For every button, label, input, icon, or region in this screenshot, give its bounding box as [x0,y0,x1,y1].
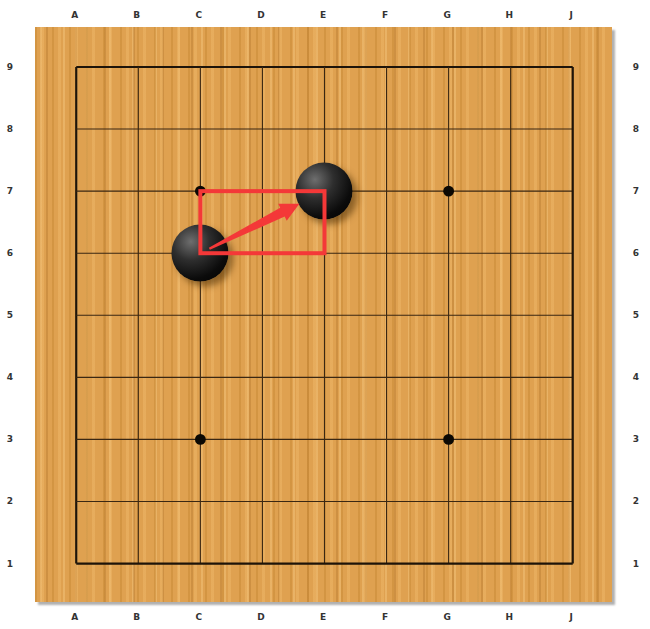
column-label-top-C: C [196,11,203,20]
column-label-top-A: A [71,11,78,20]
column-label-bottom-A: A [71,613,78,622]
row-label-left-5: 5 [7,311,13,320]
row-label-right-2: 2 [633,497,639,506]
row-label-left-7: 7 [7,187,13,196]
column-label-top-H: H [505,11,513,20]
column-label-bottom-D: D [257,613,264,622]
row-label-right-9: 9 [633,63,639,72]
row-label-right-4: 4 [633,373,639,382]
column-label-top-G: G [443,11,450,20]
row-label-left-2: 2 [7,497,13,506]
column-label-bottom-H: H [505,613,513,622]
column-label-top-E: E [320,11,326,20]
row-label-right-7: 7 [633,187,639,196]
go-diagram: AABBCCDDEEFFGGHHJJ998877665544332211 [0,0,650,629]
row-label-left-8: 8 [7,125,13,134]
row-label-left-9: 9 [7,63,13,72]
column-label-bottom-C: C [196,613,203,622]
column-label-bottom-G: G [443,613,450,622]
column-label-bottom-E: E [320,613,326,622]
row-label-right-3: 3 [633,435,639,444]
row-label-right-8: 8 [633,125,639,134]
column-label-top-F: F [382,11,388,20]
column-label-bottom-F: F [382,613,388,622]
row-label-right-5: 5 [633,311,639,320]
column-label-top-B: B [133,11,140,20]
go-board[interactable] [35,27,612,602]
row-label-left-4: 4 [7,373,13,382]
row-label-right-1: 1 [633,559,639,568]
column-label-bottom-J: J [570,613,573,622]
column-label-top-D: D [257,11,264,20]
row-label-left-3: 3 [7,435,13,444]
row-label-left-1: 1 [7,559,13,568]
column-label-top-J: J [570,11,573,20]
row-label-left-6: 6 [7,249,13,258]
row-label-right-6: 6 [633,249,639,258]
column-label-bottom-B: B [133,613,140,622]
